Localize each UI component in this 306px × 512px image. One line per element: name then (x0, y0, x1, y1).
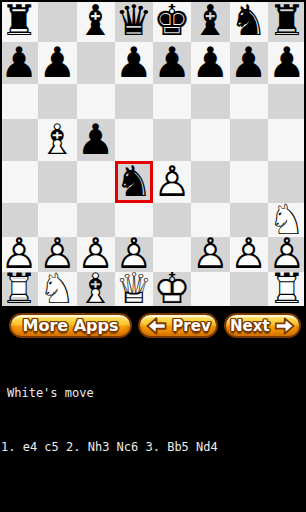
square-h8[interactable]: ♜ (268, 0, 306, 42)
square-f8[interactable]: ♝ (191, 0, 229, 42)
square-d6[interactable] (115, 84, 153, 119)
piece-black-rook: ♜ (268, 0, 306, 42)
arrow-left-icon (145, 316, 168, 336)
square-c4[interactable] (77, 161, 115, 203)
square-c8[interactable]: ♝ (77, 0, 115, 42)
square-e1[interactable]: ♚♔ (153, 272, 191, 307)
piece-outline: ♙ (191, 237, 229, 272)
piece-outline: ♗ (38, 119, 76, 161)
square-b8[interactable] (38, 0, 76, 42)
square-d8[interactable]: ♛ (115, 0, 153, 42)
piece-white-queen: ♛♕ (115, 272, 153, 307)
piece-white-rook: ♜♖ (268, 272, 306, 307)
piece-white-king: ♚♔ (153, 272, 191, 307)
square-c6[interactable] (77, 84, 115, 119)
square-e5[interactable] (153, 119, 191, 161)
piece-white-pawn: ♟♙ (230, 237, 268, 272)
piece-outline: ♖ (0, 272, 38, 307)
turn-indicator: White's move (0, 384, 306, 402)
chess-board: ♜♝♛♚♝♞♜♟♟♟♟♟♟♟♝♗♟♞♟♙♞♘♟♙♟♙♟♙♟♙♟♙♟♙♟♙♜♖♞♘… (0, 0, 306, 306)
piece-white-pawn: ♟♙ (153, 161, 191, 203)
piece-black-pawn: ♟ (0, 42, 38, 84)
square-f2[interactable]: ♟♙ (191, 237, 229, 272)
piece-black-queen: ♛ (115, 0, 153, 42)
toolbar: More Apps Prev Next (0, 313, 306, 338)
square-f6[interactable] (191, 84, 229, 119)
piece-black-pawn: ♟ (115, 42, 153, 84)
square-b7[interactable]: ♟ (38, 42, 76, 84)
prev-label: Prev (172, 317, 210, 335)
square-b5[interactable]: ♝♗ (38, 119, 76, 161)
square-b4[interactable] (38, 161, 76, 203)
status-area: White's move 1. e4 c5 2. Nh3 Nc6 3. Bb5 … (0, 348, 306, 492)
square-a6[interactable] (0, 84, 38, 119)
piece-black-knight: ♞ (230, 0, 268, 42)
piece-black-king: ♚ (153, 0, 191, 42)
prev-button[interactable]: Prev (138, 313, 218, 338)
piece-outline: ♗ (77, 272, 115, 307)
arrow-right-icon (274, 316, 295, 336)
square-g6[interactable] (230, 84, 268, 119)
square-c7[interactable] (77, 42, 115, 84)
square-e6[interactable] (153, 84, 191, 119)
square-e7[interactable]: ♟ (153, 42, 191, 84)
square-g2[interactable]: ♟♙ (230, 237, 268, 272)
square-a8[interactable]: ♜ (0, 0, 38, 42)
piece-black-pawn: ♟ (38, 42, 76, 84)
square-h6[interactable] (268, 84, 306, 119)
piece-black-pawn: ♟ (268, 42, 306, 84)
square-g5[interactable] (230, 119, 268, 161)
square-d1[interactable]: ♛♕ (115, 272, 153, 307)
square-f5[interactable] (191, 119, 229, 161)
piece-outline: ♙ (153, 161, 191, 203)
square-e4[interactable]: ♟♙ (153, 161, 191, 203)
square-d4[interactable]: ♞ (115, 161, 153, 203)
square-g7[interactable]: ♟ (230, 42, 268, 84)
square-e8[interactable]: ♚ (153, 0, 191, 42)
piece-black-knight: ♞ (115, 161, 153, 203)
piece-outline: ♔ (153, 272, 191, 307)
square-e3[interactable] (153, 203, 191, 238)
piece-black-bishop: ♝ (191, 0, 229, 42)
square-f4[interactable] (191, 161, 229, 203)
piece-white-pawn: ♟♙ (191, 237, 229, 272)
square-a7[interactable]: ♟ (0, 42, 38, 84)
more-apps-button[interactable]: More Apps (9, 313, 132, 338)
app-screen: ♜♝♛♚♝♞♜♟♟♟♟♟♟♟♝♗♟♞♟♙♞♘♟♙♟♙♟♙♟♙♟♙♟♙♟♙♜♖♞♘… (0, 0, 306, 512)
square-a5[interactable] (0, 119, 38, 161)
square-d5[interactable] (115, 119, 153, 161)
piece-white-knight: ♞♘ (38, 272, 76, 307)
square-d7[interactable]: ♟ (115, 42, 153, 84)
piece-white-bishop: ♝♗ (38, 119, 76, 161)
square-h7[interactable]: ♟ (268, 42, 306, 84)
piece-outline: ♕ (115, 272, 153, 307)
square-f1[interactable] (191, 272, 229, 307)
square-g4[interactable] (230, 161, 268, 203)
square-c5[interactable]: ♟ (77, 119, 115, 161)
piece-black-rook: ♜ (0, 0, 38, 42)
square-h5[interactable] (268, 119, 306, 161)
piece-black-pawn: ♟ (153, 42, 191, 84)
piece-white-rook: ♜♖ (0, 272, 38, 307)
square-a1[interactable]: ♜♖ (0, 272, 38, 307)
piece-outline: ♖ (268, 272, 306, 307)
next-label: Next (230, 317, 270, 335)
more-apps-label: More Apps (22, 316, 118, 335)
square-c1[interactable]: ♝♗ (77, 272, 115, 307)
piece-black-pawn: ♟ (77, 119, 115, 161)
square-a4[interactable] (0, 161, 38, 203)
next-button[interactable]: Next (224, 313, 301, 338)
piece-white-bishop: ♝♗ (77, 272, 115, 307)
square-f7[interactable]: ♟ (191, 42, 229, 84)
piece-black-pawn: ♟ (191, 42, 229, 84)
piece-outline: ♘ (38, 272, 76, 307)
piece-black-bishop: ♝ (77, 0, 115, 42)
square-g1[interactable] (230, 272, 268, 307)
square-g8[interactable]: ♞ (230, 0, 268, 42)
square-b6[interactable] (38, 84, 76, 119)
move-list: 1. e4 c5 2. Nh3 Nc6 3. Bb5 Nd4 (0, 438, 306, 456)
square-b1[interactable]: ♞♘ (38, 272, 76, 307)
square-h1[interactable]: ♜♖ (268, 272, 306, 307)
piece-outline: ♙ (230, 237, 268, 272)
piece-black-pawn: ♟ (230, 42, 268, 84)
